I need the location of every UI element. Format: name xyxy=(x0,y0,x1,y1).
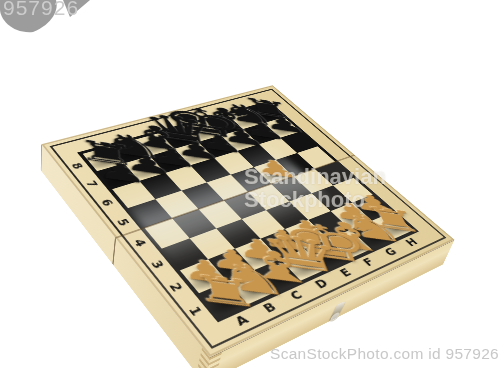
board-top-face: 87654321 ABCDEFGH xyxy=(41,85,454,357)
rank-label-1: 1 xyxy=(174,298,216,326)
watermark-image-id: 957926 xyxy=(3,0,79,20)
square-a4 xyxy=(144,218,189,248)
square-a5 xyxy=(128,199,172,228)
square-b3 xyxy=(190,229,235,260)
stock-photo-chess-set: 87654321 ABCDEFGH ♜♞♟♝♟♚♟♛♟♝♟♟♞♟♟♜♟♟♜♟♞♟… xyxy=(0,0,500,368)
square-f1 xyxy=(328,230,371,259)
square-c3 xyxy=(216,219,260,249)
square-b4 xyxy=(172,209,216,238)
watermark-center-line2: Stockphoto xyxy=(244,188,386,211)
square-d3 xyxy=(242,210,285,239)
file-label-G: G xyxy=(373,241,409,264)
watermark-center: Scandinavian Stockphoto xyxy=(244,165,386,211)
square-b6 xyxy=(139,173,181,199)
fold-seam-side xyxy=(112,237,116,265)
file-label-E: E xyxy=(327,260,365,285)
rank-label-2: 2 xyxy=(155,274,196,300)
square-e2 xyxy=(285,220,328,249)
file-label-F: F xyxy=(350,250,387,274)
file-label-D: D xyxy=(302,271,341,297)
square-a1 xyxy=(199,281,248,317)
square-b2 xyxy=(208,249,254,282)
watermark-center-line1: Scandinavian xyxy=(244,165,386,188)
square-a6 xyxy=(112,181,155,208)
square-g1 xyxy=(351,221,393,249)
rank-label-4: 4 xyxy=(120,232,159,255)
square-c1 xyxy=(254,259,300,292)
chess-board: 87654321 ABCDEFGH ♜♞♟♝♟♚♟♛♟♝♟♟♞♟♟♜♟♟♜♟♞♟… xyxy=(41,85,454,357)
square-d2 xyxy=(260,229,304,259)
square-c2 xyxy=(235,239,280,270)
square-b1 xyxy=(227,270,274,304)
square-a7 xyxy=(97,163,139,189)
square-c5 xyxy=(182,182,224,209)
square-d1 xyxy=(280,249,325,281)
file-label-B: B xyxy=(249,294,290,322)
file-label-C: C xyxy=(276,282,316,309)
square-f2 xyxy=(308,211,350,239)
rank-label-3: 3 xyxy=(137,253,177,277)
square-a2 xyxy=(180,259,227,293)
square-b5 xyxy=(155,191,198,219)
file-label-H: H xyxy=(394,231,429,253)
square-a3 xyxy=(162,238,208,270)
rank-label-5: 5 xyxy=(103,212,142,234)
watermark-footer: ScanStockPhoto.com id 957926 xyxy=(270,345,499,363)
square-c4 xyxy=(199,200,242,228)
brass-clasp xyxy=(329,301,346,320)
file-label-A: A xyxy=(220,306,263,336)
square-e1 xyxy=(305,239,349,270)
